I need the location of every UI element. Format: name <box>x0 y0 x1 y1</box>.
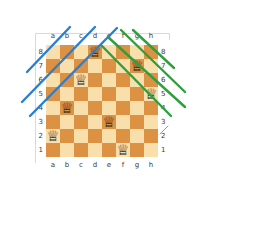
square-b2 <box>60 129 74 143</box>
square-g7: ♕ <box>130 59 144 73</box>
square-g5 <box>130 87 144 101</box>
square-d1 <box>88 143 102 157</box>
square-g1 <box>130 143 144 157</box>
rank-label-left-1: 1 <box>33 143 43 157</box>
square-c3 <box>74 115 88 129</box>
rank-labels-left: 87654321 <box>33 45 43 157</box>
file-label-top-h: h <box>144 31 158 41</box>
rank-label-left-4: 4 <box>33 101 43 115</box>
square-c8 <box>74 45 88 59</box>
square-a1 <box>46 143 60 157</box>
square-a8 <box>46 45 60 59</box>
white-queen-b4: ♕ <box>60 101 74 115</box>
white-queen-e3: ♕ <box>102 115 116 129</box>
square-b3 <box>60 115 74 129</box>
square-d4 <box>88 101 102 115</box>
rank-label-left-6: 6 <box>33 73 43 87</box>
square-b8 <box>60 45 74 59</box>
file-label-top-e: e <box>102 31 116 41</box>
square-h1 <box>144 143 158 157</box>
square-g3 <box>130 115 144 129</box>
square-d2 <box>88 129 102 143</box>
file-label-bottom-d: d <box>88 160 102 170</box>
file-label-top-c: c <box>74 31 88 41</box>
square-h5: ♕ <box>144 87 158 101</box>
square-e7 <box>102 59 116 73</box>
square-e6 <box>102 73 116 87</box>
chessboard: ♕♕♕♕♕♕♕♕ <box>46 45 158 157</box>
square-d8: ♕ <box>88 45 102 59</box>
rank-label-left-2: 2 <box>33 129 43 143</box>
square-d7 <box>88 59 102 73</box>
file-label-bottom-e: e <box>102 160 116 170</box>
file-label-bottom-c: c <box>74 160 88 170</box>
square-c5 <box>74 87 88 101</box>
file-label-bottom-b: b <box>60 160 74 170</box>
square-e3: ♕ <box>102 115 116 129</box>
square-g4 <box>130 101 144 115</box>
square-a5 <box>46 87 60 101</box>
white-queen-c6: ♕ <box>74 73 88 87</box>
square-f6 <box>116 73 130 87</box>
square-h2 <box>144 129 158 143</box>
file-labels-bottom: abcdefgh <box>46 160 158 170</box>
square-e2 <box>102 129 116 143</box>
rank-label-right-2: 2 <box>161 129 171 143</box>
file-labels-top: abcdefgh <box>46 31 158 41</box>
file-label-bottom-g: g <box>130 160 144 170</box>
white-queen-a2: ♕ <box>46 129 60 143</box>
white-queen-h5: ♕ <box>144 87 158 101</box>
file-label-top-d: d <box>88 31 102 41</box>
white-queen-f1: ♕ <box>116 143 130 157</box>
file-label-top-a: a <box>46 31 60 41</box>
square-f8 <box>116 45 130 59</box>
square-f4 <box>116 101 130 115</box>
rank-label-right-3: 3 <box>161 115 171 129</box>
square-b6 <box>60 73 74 87</box>
square-g2 <box>130 129 144 143</box>
square-d6 <box>88 73 102 87</box>
square-b4: ♕ <box>60 101 74 115</box>
square-d3 <box>88 115 102 129</box>
rank-label-right-6: 6 <box>161 73 171 87</box>
square-e5 <box>102 87 116 101</box>
square-f1: ♕ <box>116 143 130 157</box>
file-label-bottom-h: h <box>144 160 158 170</box>
rank-label-right-8: 8 <box>161 45 171 59</box>
rank-label-left-7: 7 <box>33 59 43 73</box>
square-a6 <box>46 73 60 87</box>
file-label-bottom-f: f <box>116 160 130 170</box>
square-e1 <box>102 143 116 157</box>
square-h4 <box>144 101 158 115</box>
square-a2: ♕ <box>46 129 60 143</box>
square-g6 <box>130 73 144 87</box>
square-f5 <box>116 87 130 101</box>
file-label-top-g: g <box>130 31 144 41</box>
file-label-bottom-a: a <box>46 160 60 170</box>
square-c6: ♕ <box>74 73 88 87</box>
square-h7 <box>144 59 158 73</box>
rank-label-left-8: 8 <box>33 45 43 59</box>
square-h8 <box>144 45 158 59</box>
square-h3 <box>144 115 158 129</box>
eight-queens-diagram: abcdefgh abcdefgh 87654321 87654321 ♕♕♕♕… <box>0 0 272 233</box>
square-a7 <box>46 59 60 73</box>
file-label-top-f: f <box>116 31 130 41</box>
file-label-top-b: b <box>60 31 74 41</box>
square-d5 <box>88 87 102 101</box>
rank-label-right-5: 5 <box>161 87 171 101</box>
rank-labels-right: 87654321 <box>161 45 171 157</box>
square-c1 <box>74 143 88 157</box>
square-c4 <box>74 101 88 115</box>
rank-label-left-5: 5 <box>33 87 43 101</box>
square-b1 <box>60 143 74 157</box>
white-queen-g7: ♕ <box>130 59 144 73</box>
plot-frame-right-stub <box>169 33 170 40</box>
rank-label-right-7: 7 <box>161 59 171 73</box>
rank-label-right-1: 1 <box>161 143 171 157</box>
square-c2 <box>74 129 88 143</box>
square-a4 <box>46 101 60 115</box>
rank-label-right-4: 4 <box>161 101 171 115</box>
square-e8 <box>102 45 116 59</box>
white-queen-d8: ♕ <box>88 45 102 59</box>
square-f7 <box>116 59 130 73</box>
square-b7 <box>60 59 74 73</box>
square-f3 <box>116 115 130 129</box>
rank-label-left-3: 3 <box>33 115 43 129</box>
